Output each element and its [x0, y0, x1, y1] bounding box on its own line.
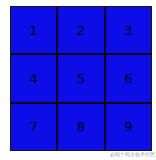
screenshot-root: 1 2 3 4 5 6 7 8 9 必码十程全技术社区: [0, 0, 156, 160]
grid-cell-r0c1: 2: [58, 7, 103, 53]
grid-cell-r2c0: 7: [11, 104, 56, 150]
grid-cell-r2c2: 9: [106, 104, 151, 150]
grid-cell-r1c2: 6: [106, 55, 151, 101]
grid-cell-r0c2: 3: [106, 7, 151, 53]
grid-cell-r1c1: 5: [58, 55, 103, 101]
watermark-text: 必码十程全技术社区: [110, 152, 155, 157]
grid-cell-r2c1: 8: [58, 104, 103, 150]
grid-cell-r1c0: 4: [11, 55, 56, 101]
number-grid-board: 1 2 3 4 5 6 7 8 9: [10, 6, 152, 151]
grid-cell-r0c0: 1: [11, 7, 56, 53]
